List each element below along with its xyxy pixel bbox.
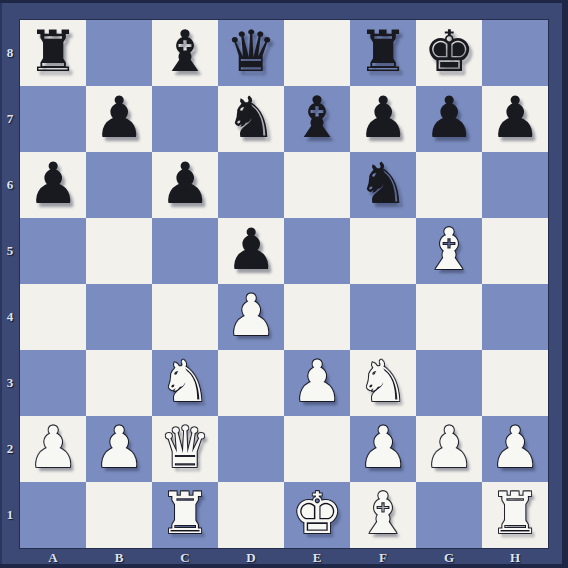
square-d8[interactable]: ♛ [218,20,284,86]
rank-label-2: 2 [0,416,20,482]
piece-black-rook: ♜ [20,20,86,86]
piece-black-pawn: ♟ [86,86,152,152]
square-f4[interactable] [350,284,416,350]
square-e5[interactable] [284,218,350,284]
square-b3[interactable] [86,350,152,416]
piece-black-pawn: ♟ [218,218,284,284]
rank-coordinates: 87654321 [0,20,20,548]
square-g1[interactable] [416,482,482,548]
piece-white-pawn: ♟ [218,284,284,350]
square-g8[interactable]: ♚ [416,20,482,86]
square-b4[interactable] [86,284,152,350]
square-b5[interactable] [86,218,152,284]
piece-black-pawn: ♟ [416,86,482,152]
square-d3[interactable] [218,350,284,416]
square-e8[interactable] [284,20,350,86]
chess-board: ♜♝♛♜♚♟♞♝♟♟♟♟♟♞♟♝♟♞♟♞♟♟♛♟♟♟♜♚♝♜ [20,20,548,548]
piece-white-pawn: ♟ [284,350,350,416]
square-h4[interactable] [482,284,548,350]
square-g4[interactable] [416,284,482,350]
square-g3[interactable] [416,350,482,416]
file-label-c: C [152,548,218,568]
file-label-f: F [350,548,416,568]
square-h8[interactable] [482,20,548,86]
piece-white-pawn: ♟ [350,416,416,482]
piece-white-pawn: ♟ [482,416,548,482]
square-h1[interactable]: ♜ [482,482,548,548]
piece-white-queen: ♛ [152,416,218,482]
piece-black-bishop: ♝ [152,20,218,86]
square-a3[interactable] [20,350,86,416]
piece-white-pawn: ♟ [416,416,482,482]
rank-label-6: 6 [0,152,20,218]
piece-white-rook: ♜ [152,482,218,548]
square-f2[interactable]: ♟ [350,416,416,482]
square-b7[interactable]: ♟ [86,86,152,152]
square-a2[interactable]: ♟ [20,416,86,482]
square-h7[interactable]: ♟ [482,86,548,152]
file-label-a: A [20,548,86,568]
square-a8[interactable]: ♜ [20,20,86,86]
square-b2[interactable]: ♟ [86,416,152,482]
square-c2[interactable]: ♛ [152,416,218,482]
square-c6[interactable]: ♟ [152,152,218,218]
square-g2[interactable]: ♟ [416,416,482,482]
file-label-h: H [482,548,548,568]
square-c7[interactable] [152,86,218,152]
square-f6[interactable]: ♞ [350,152,416,218]
square-a6[interactable]: ♟ [20,152,86,218]
piece-white-knight: ♞ [152,350,218,416]
rank-label-7: 7 [0,86,20,152]
square-d1[interactable] [218,482,284,548]
square-c4[interactable] [152,284,218,350]
square-f1[interactable]: ♝ [350,482,416,548]
square-c3[interactable]: ♞ [152,350,218,416]
square-f5[interactable] [350,218,416,284]
square-a5[interactable] [20,218,86,284]
piece-black-pawn: ♟ [152,152,218,218]
piece-black-pawn: ♟ [20,152,86,218]
square-h5[interactable] [482,218,548,284]
square-g7[interactable]: ♟ [416,86,482,152]
square-h2[interactable]: ♟ [482,416,548,482]
square-c1[interactable]: ♜ [152,482,218,548]
square-f7[interactable]: ♟ [350,86,416,152]
square-b6[interactable] [86,152,152,218]
piece-black-pawn: ♟ [350,86,416,152]
square-e2[interactable] [284,416,350,482]
square-d4[interactable]: ♟ [218,284,284,350]
piece-white-king: ♚ [284,482,350,548]
piece-black-knight: ♞ [350,152,416,218]
square-e1[interactable]: ♚ [284,482,350,548]
square-a7[interactable] [20,86,86,152]
piece-white-knight: ♞ [350,350,416,416]
square-h6[interactable] [482,152,548,218]
square-f8[interactable]: ♜ [350,20,416,86]
piece-white-bishop: ♝ [416,218,482,284]
file-coordinates: ABCDEFGH [20,548,548,568]
file-label-b: B [86,548,152,568]
square-e4[interactable] [284,284,350,350]
piece-black-knight: ♞ [218,86,284,152]
piece-black-bishop: ♝ [284,86,350,152]
square-h3[interactable] [482,350,548,416]
square-b8[interactable] [86,20,152,86]
piece-white-pawn: ♟ [86,416,152,482]
square-d6[interactable] [218,152,284,218]
piece-black-king: ♚ [416,20,482,86]
square-g5[interactable]: ♝ [416,218,482,284]
piece-black-rook: ♜ [350,20,416,86]
square-b1[interactable] [86,482,152,548]
square-c8[interactable]: ♝ [152,20,218,86]
piece-white-bishop: ♝ [350,482,416,548]
rank-label-3: 3 [0,350,20,416]
square-c5[interactable] [152,218,218,284]
piece-black-pawn: ♟ [482,86,548,152]
square-d2[interactable] [218,416,284,482]
square-a4[interactable] [20,284,86,350]
rank-label-4: 4 [0,284,20,350]
square-a1[interactable] [20,482,86,548]
piece-black-queen: ♛ [218,20,284,86]
square-d7[interactable]: ♞ [218,86,284,152]
rank-label-8: 8 [0,20,20,86]
piece-white-rook: ♜ [482,482,548,548]
file-label-g: G [416,548,482,568]
piece-white-pawn: ♟ [20,416,86,482]
square-e3[interactable]: ♟ [284,350,350,416]
file-label-d: D [218,548,284,568]
chess-board-frame: ♜♝♛♜♚♟♞♝♟♟♟♟♟♞♟♝♟♞♟♞♟♟♛♟♟♟♜♚♝♜ 87654321 … [0,0,568,568]
rank-label-1: 1 [0,482,20,548]
file-label-e: E [284,548,350,568]
square-f3[interactable]: ♞ [350,350,416,416]
square-d5[interactable]: ♟ [218,218,284,284]
square-e7[interactable]: ♝ [284,86,350,152]
square-e6[interactable] [284,152,350,218]
square-g6[interactable] [416,152,482,218]
rank-label-5: 5 [0,218,20,284]
